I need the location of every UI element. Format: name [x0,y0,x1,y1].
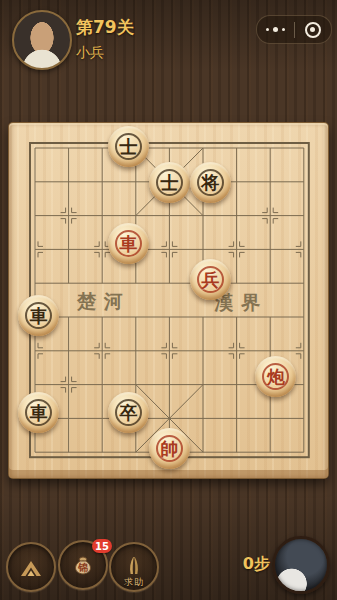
board-cell-5-9[interactable] [190,433,231,469]
bag-button[interactable]: 锦 15 [58,540,108,590]
board-cell-6-6[interactable] [231,336,255,361]
board-cell-2-8[interactable] [84,397,108,433]
board-cell-7-3[interactable] [255,228,296,264]
board-cell-5-2[interactable] [190,203,231,228]
board-cell-7-2[interactable] [255,203,296,228]
board-cell-3-0[interactable]: 士 [108,131,149,167]
board-cell-8-4[interactable] [296,264,320,300]
board-grid: 士士将車兵車炮車卒帥 [18,131,320,469]
xiangqi-board: 楚河 漢界 士士将車兵車炮車卒帥 [9,123,328,478]
piece-char: 卒 [119,404,137,422]
board-cell-6-2[interactable] [231,203,255,228]
board-cell-0-3[interactable] [18,228,59,264]
board-cell-2-4[interactable] [84,264,108,300]
more-icon[interactable] [257,27,294,32]
board-cell-4-7[interactable] [149,361,190,397]
board-cell-0-0[interactable] [18,131,59,167]
board-cell-7-5[interactable] [255,300,296,336]
board-cell-8-5[interactable] [296,300,320,336]
board-cell-5-8[interactable] [190,397,231,433]
piece-char: 兵 [201,271,219,289]
help-button[interactable]: 求助 [109,542,159,592]
board-cell-1-5[interactable] [59,300,83,336]
board-cell-1-0[interactable] [59,131,83,167]
board-cell-4-5[interactable] [149,300,190,336]
piece-black-advisor[interactable]: 士 [108,126,149,167]
bag-badge: 15 [92,539,112,553]
board-cell-6-7[interactable] [231,361,255,397]
piece-red-chariot[interactable]: 車 [108,223,149,264]
board-cell-1-7[interactable] [59,361,83,397]
piece-char: 士 [160,174,178,192]
user-avatar[interactable] [272,536,330,594]
board-cell-2-5[interactable] [84,300,108,336]
board-cell-8-7[interactable] [296,361,320,397]
board-cell-7-1[interactable] [255,167,296,203]
board-cell-0-5[interactable]: 車 [18,300,59,336]
board-cell-8-9[interactable] [296,433,320,469]
board-cell-6-1[interactable] [231,167,255,203]
board-cell-2-0[interactable] [84,131,108,167]
piece-char: 士 [119,138,137,156]
board-cell-8-8[interactable] [296,397,320,433]
piece-char: 車 [30,307,48,325]
board-cell-3-6[interactable] [108,336,149,361]
board-cell-1-6[interactable] [59,336,83,361]
piece-red-general[interactable]: 帥 [149,428,190,469]
piece-char: 炮 [267,368,285,386]
board-cell-0-6[interactable] [18,336,59,361]
piece-char: 車 [119,235,137,253]
chevron-up-icon [18,556,44,578]
level-info: 第79关 小兵 [76,16,134,62]
game-screen: 第79关 小兵 楚河 漢界 士士将車兵車炮車卒帥 锦 [0,0,337,600]
board-cell-3-5[interactable] [108,300,149,336]
wechat-capsule [256,15,332,44]
board-cell-5-1[interactable]: 将 [190,167,231,203]
board-cell-0-1[interactable] [18,167,59,203]
board-cell-4-4[interactable] [149,264,190,300]
steps-counter: 0步 [243,554,270,575]
praying-hands-icon [123,556,145,578]
board-cell-1-1[interactable] [59,167,83,203]
board-cell-3-1[interactable] [108,167,149,203]
board-cell-3-9[interactable] [108,433,149,469]
piece-black-chariot[interactable]: 車 [18,392,59,433]
exit-icon[interactable] [295,22,332,38]
board-cell-6-0[interactable] [231,131,255,167]
board-cell-8-3[interactable] [296,228,320,264]
board-cell-2-9[interactable] [84,433,108,469]
bag-label: 锦 [78,561,88,575]
board-cell-6-9[interactable] [231,433,255,469]
menu-button[interactable] [6,542,56,592]
board-cell-6-5[interactable] [231,300,255,336]
board-cell-3-4[interactable] [108,264,149,300]
board-cell-0-9[interactable] [18,433,59,469]
board-cell-7-7[interactable]: 炮 [255,361,296,397]
board-cell-8-1[interactable] [296,167,320,203]
player-avatar[interactable] [12,10,72,70]
help-label: 求助 [111,576,157,589]
piece-black-soldier[interactable]: 卒 [108,392,149,433]
board-cell-1-3[interactable] [59,228,83,264]
board-cell-8-0[interactable] [296,131,320,167]
piece-char: 帥 [160,440,178,458]
board-cell-7-0[interactable] [255,131,296,167]
board-cell-3-8[interactable]: 卒 [108,397,149,433]
level-title: 第79关 [76,16,134,39]
board-cell-2-1[interactable] [84,167,108,203]
piece-black-general[interactable]: 将 [190,162,231,203]
piece-red-cannon[interactable]: 炮 [255,356,296,397]
board-cell-6-3[interactable] [231,228,255,264]
board-cell-0-8[interactable]: 車 [18,397,59,433]
board-cell-8-2[interactable] [296,203,320,228]
board-cell-4-9[interactable]: 帥 [149,433,190,469]
board-cell-4-2[interactable] [149,203,190,228]
board-cell-0-2[interactable] [18,203,59,228]
piece-red-soldier[interactable]: 兵 [190,259,231,300]
board-cell-6-8[interactable] [231,397,255,433]
board-cell-5-6[interactable] [190,336,231,361]
bottom-bar: 锦 15 求助 0步 [0,530,337,600]
board-cell-2-2[interactable] [84,203,108,228]
board-cell-5-7[interactable] [190,361,231,397]
board-cell-4-3[interactable] [149,228,190,264]
board-cell-1-4[interactable] [59,264,83,300]
piece-char: 車 [30,404,48,422]
board-cell-1-8[interactable] [59,397,83,433]
board-cell-2-7[interactable] [84,361,108,397]
board-cell-7-9[interactable] [255,433,296,469]
board-cell-7-8[interactable] [255,397,296,433]
piece-char: 将 [201,174,219,192]
board-cell-5-5[interactable] [190,300,231,336]
piece-black-advisor[interactable]: 士 [149,162,190,203]
board-cell-2-3[interactable] [84,228,108,264]
board-cell-4-1[interactable]: 士 [149,167,190,203]
board-cell-4-6[interactable] [149,336,190,361]
board-cell-6-4[interactable] [231,264,255,300]
board-cell-1-2[interactable] [59,203,83,228]
level-subtitle: 小兵 [76,44,134,62]
piece-black-chariot[interactable]: 車 [18,295,59,336]
board-cell-7-4[interactable] [255,264,296,300]
board-cell-2-6[interactable] [84,336,108,361]
board-cell-5-4[interactable]: 兵 [190,264,231,300]
board-cell-3-3[interactable]: 車 [108,228,149,264]
board-cell-8-6[interactable] [296,336,320,361]
board-cell-1-9[interactable] [59,433,83,469]
